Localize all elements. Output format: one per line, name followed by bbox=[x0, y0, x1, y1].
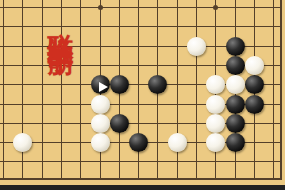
black-stone[interactable] bbox=[226, 95, 245, 114]
caption-text: 联络的手筋 bbox=[44, 13, 78, 183]
board-right-edge-line bbox=[280, 0, 282, 179]
grid-line-horizontal bbox=[0, 26, 282, 27]
black-stone[interactable] bbox=[226, 114, 245, 133]
black-stone[interactable] bbox=[245, 95, 264, 114]
black-stone[interactable] bbox=[226, 37, 245, 56]
white-stone[interactable] bbox=[206, 95, 225, 114]
white-stone[interactable] bbox=[13, 133, 32, 152]
white-stone[interactable] bbox=[168, 133, 187, 152]
letterbox-bar bbox=[0, 185, 285, 190]
go-board-scene: 联络的手筋 bbox=[0, 0, 285, 190]
white-stone[interactable] bbox=[226, 75, 245, 94]
board-bottom-edge-line bbox=[0, 178, 282, 180]
white-stone[interactable] bbox=[187, 37, 206, 56]
white-stone[interactable] bbox=[206, 133, 225, 152]
white-stone[interactable] bbox=[245, 56, 264, 75]
white-stone[interactable] bbox=[206, 75, 225, 94]
grid-line-horizontal bbox=[0, 161, 282, 162]
star-point bbox=[213, 5, 218, 10]
star-point bbox=[98, 5, 103, 10]
black-stone[interactable] bbox=[110, 75, 129, 94]
white-stone[interactable] bbox=[91, 95, 110, 114]
black-stone[interactable] bbox=[226, 56, 245, 75]
white-stone[interactable] bbox=[91, 114, 110, 133]
go-board[interactable] bbox=[0, 0, 285, 190]
white-stone[interactable] bbox=[206, 114, 225, 133]
triangle-marker-icon bbox=[99, 82, 108, 92]
black-stone[interactable] bbox=[245, 75, 264, 94]
black-stone[interactable] bbox=[129, 133, 148, 152]
white-stone[interactable] bbox=[91, 133, 110, 152]
grid-line-horizontal bbox=[0, 7, 282, 8]
black-stone[interactable] bbox=[148, 75, 167, 94]
black-stone[interactable] bbox=[110, 114, 129, 133]
black-stone[interactable] bbox=[226, 133, 245, 152]
